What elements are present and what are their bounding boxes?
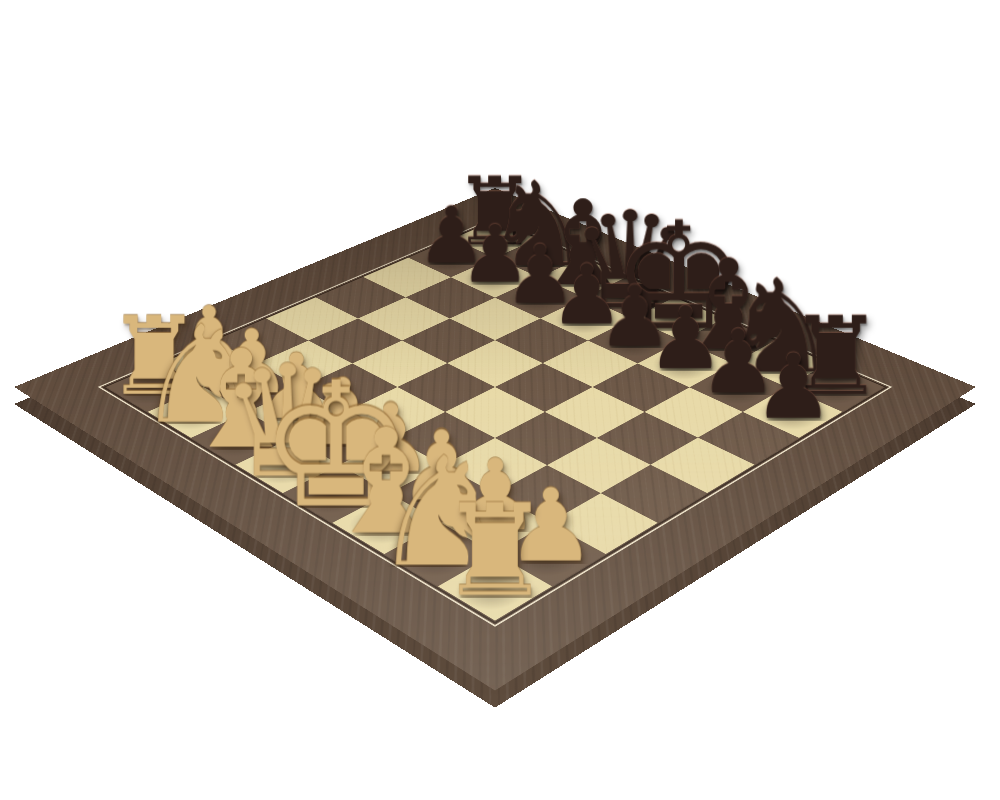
chess-board: ♜♞♝♛♚♝♞♜♟♟♟♟♟♟♟♟♟♟♟♟♟♟♟♟♜♞♝♛♚♝♞♜ (14, 188, 976, 691)
chess-set-photo: ♜♞♝♛♚♝♞♜♟♟♟♟♟♟♟♟♟♟♟♟♟♟♟♟♜♞♝♛♚♝♞♜ (0, 0, 1000, 800)
board-perspective-wrap: ♜♞♝♛♚♝♞♜♟♟♟♟♟♟♟♟♟♟♟♟♟♟♟♟♜♞♝♛♚♝♞♜ (0, 0, 1000, 800)
white-rook-h1[interactable]: ♜ (413, 488, 577, 615)
pieces-layer: ♜♞♝♛♚♝♞♜♟♟♟♟♟♟♟♟♟♟♟♟♟♟♟♟♜♞♝♛♚♝♞♜ (14, 188, 976, 691)
